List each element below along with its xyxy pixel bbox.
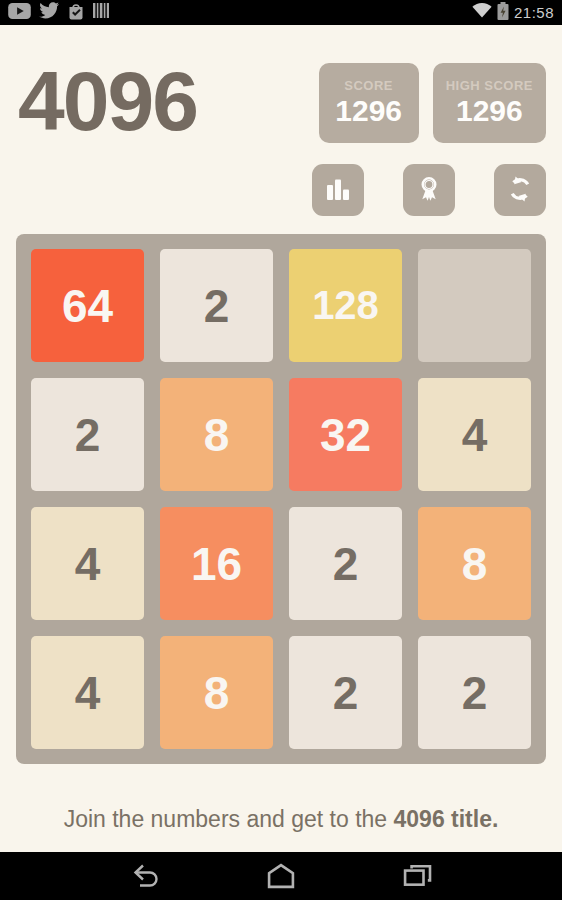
tile-2: 2 [418,636,531,749]
bar-chart-icon [324,175,352,206]
home-button[interactable] [261,859,301,893]
score-value: 1296 [335,94,402,128]
status-bar: 21:58 [0,0,562,25]
tile-2: 2 [289,636,402,749]
tile-8: 8 [418,507,531,620]
wifi-icon [472,3,492,22]
score-box: SCORE 1296 [319,63,419,143]
goal-text-prefix: Join the numbers and get to the [64,806,394,832]
refresh-icon [505,174,535,207]
twitter-icon [39,2,59,23]
page-title: 4096 [18,58,197,144]
tile-8: 8 [160,636,273,749]
tile-128: 128 [289,249,402,362]
toolbar [16,164,546,216]
restart-button[interactable] [494,164,546,216]
leaderboard-button[interactable] [312,164,364,216]
tile-4: 4 [31,507,144,620]
tile-16: 16 [160,507,273,620]
high-score-box: HIGH SCORE 1296 [433,63,546,143]
clock: 21:58 [514,4,554,21]
game-screen: 4096 SCORE 1296 HIGH SCORE 1296 [0,25,562,852]
play-store-update-icon [67,2,85,24]
board-grid[interactable]: 64212828324416284822 [16,234,546,764]
notification-icons [8,2,109,24]
score-label: SCORE [344,78,393,93]
tile-2: 2 [160,249,273,362]
tile-2: 2 [289,507,402,620]
recent-apps-button[interactable] [397,859,437,893]
achievements-button[interactable] [403,164,455,216]
empty-cell [418,249,531,362]
barcode-icon [93,2,109,23]
award-ribbon-icon [415,175,443,206]
high-score-label: HIGH SCORE [446,78,533,93]
android-navigation-bar [0,852,562,900]
back-button[interactable] [125,859,165,893]
tile-4: 4 [418,378,531,491]
tile-4: 4 [31,636,144,749]
tile-8: 8 [160,378,273,491]
goal-text-target: 4096 title. [394,806,499,832]
high-score-value: 1296 [456,94,523,128]
tile-64: 64 [31,249,144,362]
goal-text: Join the numbers and get to the 4096 tit… [16,806,546,833]
tile-32: 32 [289,378,402,491]
youtube-icon [8,3,31,23]
header: 4096 SCORE 1296 HIGH SCORE 1296 [16,58,546,144]
battery-charging-icon [497,2,509,24]
tile-2: 2 [31,378,144,491]
